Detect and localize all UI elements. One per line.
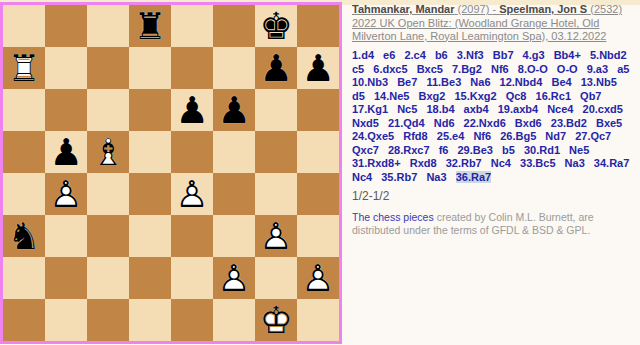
move-21.Qd4[interactable]: 21.Qd4 [388, 117, 425, 129]
square-h1[interactable] [297, 299, 339, 341]
square-c2[interactable] [87, 257, 129, 299]
move-7.Bg2[interactable]: 7.Bg2 [452, 63, 482, 75]
move-Nf6[interactable]: Nf6 [491, 63, 509, 75]
square-c7[interactable] [87, 47, 129, 89]
black-pawn[interactable]: ♟ [255, 47, 297, 89]
square-g7[interactable]: ♟ [255, 47, 297, 89]
square-b3[interactable] [45, 215, 87, 257]
square-h7[interactable]: ♟ [297, 47, 339, 89]
white-bishop[interactable]: ♝♗ [87, 131, 129, 173]
square-c1[interactable] [87, 299, 129, 341]
move-26.Bg5[interactable]: 26.Bg5 [500, 130, 536, 142]
square-f8[interactable] [213, 5, 255, 47]
move-Nce4[interactable]: Nce4 [547, 103, 573, 115]
move-Qb7[interactable]: Qb7 [580, 90, 601, 102]
square-f7[interactable] [213, 47, 255, 89]
move-Nc4[interactable]: Nc4 [491, 157, 511, 169]
white-pawn[interactable]: ♟♙ [171, 173, 213, 215]
square-c3[interactable] [87, 215, 129, 257]
square-d7[interactable] [129, 47, 171, 89]
license-link[interactable]: The chess pieces [352, 211, 434, 223]
square-h2[interactable]: ♟♙ [297, 257, 339, 299]
square-d1[interactable] [129, 299, 171, 341]
game-header-link[interactable]: Tahmankar, Mandar (2097) - Speelman, Jon… [352, 3, 638, 16]
move-Nf6[interactable]: Nf6 [473, 130, 491, 142]
square-e6[interactable]: ♟ [171, 89, 213, 131]
chess-board: ♜♚♜♖♟♟♟♟♟♝♗♟♙♟♙♞♟♙♟♙♟♙♚♔ [0, 2, 342, 344]
move-25.e4[interactable]: 25.e4 [437, 130, 465, 142]
move-10.Nb3[interactable]: 10.Nb3 [352, 76, 388, 88]
move-19.axb4[interactable]: 19.axb4 [498, 103, 538, 115]
square-g6[interactable] [255, 89, 297, 131]
move-24.Qxe5[interactable]: 24.Qxe5 [352, 130, 394, 142]
piece-outline: ♖ [3, 47, 45, 89]
piece-outline: ♙ [297, 257, 339, 299]
move-b5[interactable]: b5 [502, 144, 515, 156]
move-Bxg2[interactable]: Bxg2 [418, 90, 445, 102]
square-b8[interactable] [45, 5, 87, 47]
square-a7[interactable]: ♜♖ [3, 47, 45, 89]
square-h3[interactable] [297, 215, 339, 257]
square-d3[interactable] [129, 215, 171, 257]
move-Qc8[interactable]: Qc8 [506, 90, 527, 102]
move-Nd6[interactable]: Nd6 [434, 117, 455, 129]
black-knight[interactable]: ♞ [3, 215, 45, 257]
move-31.Rxd8+[interactable]: 31.Rxd8+ [352, 157, 401, 169]
square-a6[interactable] [3, 89, 45, 131]
white-king[interactable]: ♚♔ [255, 299, 297, 341]
black-pawn[interactable]: ♟ [213, 89, 255, 131]
piece-outline: ♙ [171, 173, 213, 215]
black-king[interactable]: ♚ [255, 5, 297, 47]
move-c5[interactable]: c5 [352, 63, 364, 75]
move-14.Ne5[interactable]: 14.Ne5 [374, 90, 409, 102]
move-Rxd8[interactable]: Rxd8 [410, 157, 437, 169]
square-e5[interactable] [171, 131, 213, 173]
square-c6[interactable] [87, 89, 129, 131]
square-g3[interactable]: ♟♙ [255, 215, 297, 257]
move-Qxc7[interactable]: Qxc7 [352, 144, 379, 156]
square-c5[interactable]: ♝♗ [87, 131, 129, 173]
move-Nc5[interactable]: Nc5 [397, 103, 417, 115]
square-d6[interactable] [129, 89, 171, 131]
square-g5[interactable] [255, 131, 297, 173]
move-36.Ra7[interactable]: 36.Ra7 [456, 171, 491, 183]
white-pawn[interactable]: ♟♙ [45, 173, 87, 215]
white-rook[interactable]: ♜♖ [3, 47, 45, 89]
move-Nxd5[interactable]: Nxd5 [352, 117, 379, 129]
move-Bb4+[interactable]: Bb4+ [554, 49, 581, 61]
square-h5[interactable] [297, 131, 339, 173]
square-a2[interactable] [3, 257, 45, 299]
square-e7[interactable] [171, 47, 213, 89]
move-18.b4[interactable]: 18.b4 [426, 103, 454, 115]
square-c4[interactable] [87, 173, 129, 215]
square-h6[interactable] [297, 89, 339, 131]
move-Ne5[interactable]: Ne5 [569, 144, 589, 156]
move-4.g3[interactable]: 4.g3 [523, 49, 545, 61]
move-Na3[interactable]: Na3 [426, 171, 446, 183]
board-grid: ♜♚♜♖♟♟♟♟♟♝♗♟♙♟♙♞♟♙♟♙♟♙♚♔ [3, 5, 339, 341]
square-d8[interactable]: ♜ [129, 5, 171, 47]
move-Bxc5[interactable]: Bxc5 [417, 63, 443, 75]
piece-outline: ♙ [45, 173, 87, 215]
square-b5[interactable]: ♟ [45, 131, 87, 173]
move-34.Ra7[interactable]: 34.Ra7 [594, 157, 629, 169]
event-link[interactable]: 2022 UK Open Blitz: (Woodland Grange Hot… [352, 17, 638, 42]
move-O-O[interactable]: O-O [557, 63, 578, 75]
move-axb4[interactable]: axb4 [464, 103, 489, 115]
result-text: 1/2-1/2 [352, 189, 638, 203]
move-29.Be3[interactable]: 29.Be3 [457, 144, 492, 156]
square-b7[interactable] [45, 47, 87, 89]
square-f5[interactable] [213, 131, 255, 173]
license-text: The chess pieces created by Colin M.L. B… [352, 211, 638, 236]
move-1.d4[interactable]: 1.d4 [352, 49, 374, 61]
move-Rfd8[interactable]: Rfd8 [403, 130, 427, 142]
black-pawn[interactable]: ♟ [297, 47, 339, 89]
move-22.Nxd6[interactable]: 22.Nxd6 [464, 117, 506, 129]
square-h8[interactable] [297, 5, 339, 47]
move-e6[interactable]: e6 [383, 49, 395, 61]
move-35.Rb7[interactable]: 35.Rb7 [381, 171, 417, 183]
move-Nc4[interactable]: Nc4 [352, 171, 372, 183]
square-g2[interactable] [255, 257, 297, 299]
move-list: 1.d4 e6 2.c4 b6 3.Nf3 Bb7 4.g3 Bb4+ 5.Nb… [352, 49, 638, 184]
black-player-elo[interactable]: (2532) [590, 3, 622, 15]
move-Bxe5[interactable]: Bxe5 [596, 117, 622, 129]
move-32.Rb7[interactable]: 32.Rb7 [446, 157, 482, 169]
move-a5[interactable]: a5 [617, 63, 629, 75]
move-Be7[interactable]: Be7 [397, 76, 417, 88]
piece-outline: ♗ [87, 131, 129, 173]
square-e8[interactable] [171, 5, 213, 47]
black-rook[interactable]: ♜ [129, 5, 171, 47]
move-b6[interactable]: b6 [435, 49, 448, 61]
square-e4[interactable]: ♟♙ [171, 173, 213, 215]
move-Be4[interactable]: Be4 [551, 76, 571, 88]
move-8.O-O[interactable]: 8.O-O [518, 63, 548, 75]
white-pawn[interactable]: ♟♙ [213, 257, 255, 299]
move-30.Rd1[interactable]: 30.Rd1 [524, 144, 560, 156]
move-f6[interactable]: f6 [439, 144, 449, 156]
square-b2[interactable] [45, 257, 87, 299]
game-info-panel: Tahmankar, Mandar (2097) - Speelman, Jon… [352, 3, 638, 236]
square-d5[interactable] [129, 131, 171, 173]
square-e3[interactable] [171, 215, 213, 257]
move-23.Bd2[interactable]: 23.Bd2 [551, 117, 587, 129]
square-h4[interactable] [297, 173, 339, 215]
black-pawn[interactable]: ♟ [171, 89, 213, 131]
piece-outline: ♔ [255, 299, 297, 341]
move-13.Nb5[interactable]: 13.Nb5 [581, 76, 617, 88]
square-b4[interactable]: ♟♙ [45, 173, 87, 215]
move-12.Nbd4[interactable]: 12.Nbd4 [500, 76, 543, 88]
white-pawn[interactable]: ♟♙ [297, 257, 339, 299]
square-f4[interactable] [213, 173, 255, 215]
square-g8[interactable]: ♚ [255, 5, 297, 47]
move-d5[interactable]: d5 [352, 90, 365, 102]
move-Na6[interactable]: Na6 [470, 76, 490, 88]
square-f3[interactable] [213, 215, 255, 257]
move-15.Kxg2[interactable]: 15.Kxg2 [454, 90, 496, 102]
move-Bb7[interactable]: Bb7 [493, 49, 514, 61]
move-Na3[interactable]: Na3 [565, 157, 585, 169]
piece-outline: ♙ [213, 257, 255, 299]
square-c8[interactable] [87, 5, 129, 47]
square-b6[interactable] [45, 89, 87, 131]
move-3.Nf3[interactable]: 3.Nf3 [457, 49, 484, 61]
move-11.Be3[interactable]: 11.Be3 [426, 76, 461, 88]
black-pawn[interactable]: ♟ [45, 131, 87, 173]
square-d2[interactable] [129, 257, 171, 299]
square-a4[interactable] [3, 173, 45, 215]
move-20.cxd5[interactable]: 20.cxd5 [583, 103, 623, 115]
piece-outline: ♙ [255, 215, 297, 257]
square-g1[interactable]: ♚♔ [255, 299, 297, 341]
move-Bxd6[interactable]: Bxd6 [515, 117, 542, 129]
move-28.Rxc7[interactable]: 28.Rxc7 [388, 144, 430, 156]
move-6.dxc5[interactable]: 6.dxc5 [373, 63, 407, 75]
white-pawn[interactable]: ♟♙ [255, 215, 297, 257]
square-a5[interactable] [3, 131, 45, 173]
move-17.Kg1[interactable]: 17.Kg1 [352, 103, 388, 115]
square-e2[interactable] [171, 257, 213, 299]
square-b1[interactable] [45, 299, 87, 341]
white-player-elo[interactable]: (2097) [458, 3, 490, 15]
square-a1[interactable] [3, 299, 45, 341]
move-5.Nbd2[interactable]: 5.Nbd2 [590, 49, 627, 61]
black-player-name[interactable]: Speelman, Jon S [499, 3, 587, 15]
square-a3[interactable]: ♞ [3, 215, 45, 257]
move-33.Bc5[interactable]: 33.Bc5 [520, 157, 555, 169]
square-d4[interactable] [129, 173, 171, 215]
square-f2[interactable]: ♟♙ [213, 257, 255, 299]
square-a8[interactable] [3, 5, 45, 47]
move-2.c4[interactable]: 2.c4 [404, 49, 425, 61]
square-g4[interactable] [255, 173, 297, 215]
move-Nd7[interactable]: Nd7 [545, 130, 566, 142]
square-f6[interactable]: ♟ [213, 89, 255, 131]
players-separator[interactable]: - [492, 3, 496, 15]
square-e1[interactable] [171, 299, 213, 341]
move-27.Qc7[interactable]: 27.Qc7 [575, 130, 611, 142]
white-player-name[interactable]: Tahmankar, Mandar [352, 3, 455, 15]
move-16.Rc1[interactable]: 16.Rc1 [536, 90, 571, 102]
move-9.a3[interactable]: 9.a3 [587, 63, 608, 75]
square-f1[interactable] [213, 299, 255, 341]
